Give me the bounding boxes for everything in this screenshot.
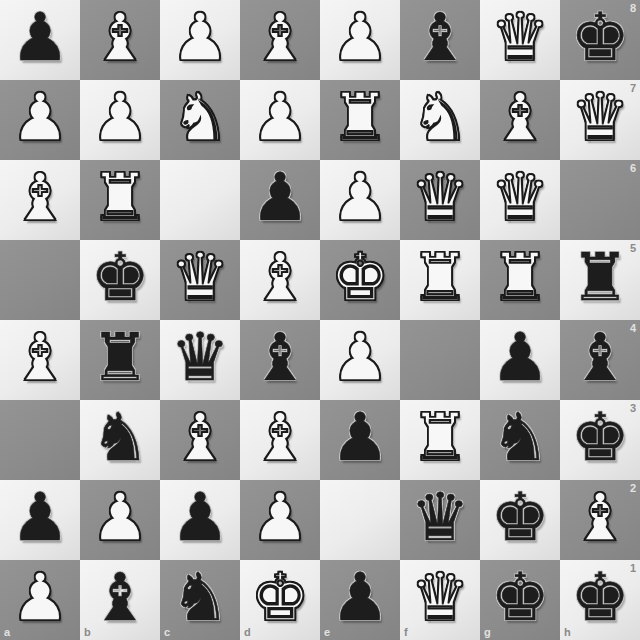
black-rook[interactable]: ♜: [90, 320, 149, 398]
file-label-c: c: [164, 627, 170, 638]
rank-label-1: 1: [630, 563, 636, 574]
chess-board: ♟♝♟♝♟♝♛♚8♟♟♞♟♜♞♝♛7♝♜♟♟♛♛6♚♛♝♚♜♜♜5♝♜♛♝♟♟♝…: [0, 0, 640, 640]
square-h7[interactable]: ♛7: [560, 80, 640, 160]
white-pawn[interactable]: ♟: [90, 480, 149, 558]
square-c2[interactable]: ♟: [160, 480, 240, 560]
square-d4[interactable]: ♝: [240, 320, 320, 400]
white-pawn[interactable]: ♟: [250, 80, 309, 158]
white-bishop[interactable]: ♝: [250, 400, 309, 478]
square-b7[interactable]: ♟: [80, 80, 160, 160]
square-c3[interactable]: ♝: [160, 400, 240, 480]
square-h3[interactable]: ♚3: [560, 400, 640, 480]
white-pawn[interactable]: ♟: [250, 480, 309, 558]
black-knight[interactable]: ♞: [90, 400, 149, 478]
white-queen[interactable]: ♛: [170, 240, 229, 318]
square-e1[interactable]: ♟e: [320, 560, 400, 640]
white-queen[interactable]: ♛: [570, 80, 629, 158]
square-e3[interactable]: ♟: [320, 400, 400, 480]
square-g5[interactable]: ♜: [480, 240, 560, 320]
square-c5[interactable]: ♛: [160, 240, 240, 320]
file-label-b: b: [84, 627, 91, 638]
square-d7[interactable]: ♟: [240, 80, 320, 160]
black-pawn[interactable]: ♟: [330, 400, 389, 478]
white-bishop[interactable]: ♝: [170, 400, 229, 478]
black-king[interactable]: ♚: [90, 240, 149, 318]
white-pawn[interactable]: ♟: [10, 80, 69, 158]
black-pawn[interactable]: ♟: [330, 560, 389, 638]
rank-label-5: 5: [630, 243, 636, 254]
square-g1[interactable]: ♚g: [480, 560, 560, 640]
white-pawn[interactable]: ♟: [10, 560, 69, 638]
black-bishop[interactable]: ♝: [570, 320, 629, 398]
square-e8[interactable]: ♟: [320, 0, 400, 80]
white-pawn[interactable]: ♟: [90, 80, 149, 158]
white-pawn[interactable]: ♟: [170, 0, 229, 78]
white-bishop[interactable]: ♝: [10, 320, 69, 398]
white-bishop[interactable]: ♝: [250, 240, 309, 318]
square-c6[interactable]: [160, 160, 240, 240]
white-queen[interactable]: ♛: [410, 560, 469, 638]
square-h8[interactable]: ♚8: [560, 0, 640, 80]
square-f6[interactable]: ♛: [400, 160, 480, 240]
black-king[interactable]: ♚: [570, 0, 629, 78]
rank-label-3: 3: [630, 403, 636, 414]
square-c7[interactable]: ♞: [160, 80, 240, 160]
square-b3[interactable]: ♞: [80, 400, 160, 480]
black-king[interactable]: ♚: [570, 400, 629, 478]
square-b2[interactable]: ♟: [80, 480, 160, 560]
black-bishop[interactable]: ♝: [250, 320, 309, 398]
square-a3[interactable]: [0, 400, 80, 480]
square-c4[interactable]: ♛: [160, 320, 240, 400]
white-bishop[interactable]: ♝: [250, 0, 309, 78]
white-bishop[interactable]: ♝: [90, 0, 149, 78]
white-rook[interactable]: ♜: [90, 160, 149, 238]
square-a2[interactable]: ♟: [0, 480, 80, 560]
square-b4[interactable]: ♜: [80, 320, 160, 400]
square-e6[interactable]: ♟: [320, 160, 400, 240]
file-label-d: d: [244, 627, 251, 638]
white-king[interactable]: ♚: [330, 240, 389, 318]
square-d2[interactable]: ♟: [240, 480, 320, 560]
square-b1[interactable]: ♝b: [80, 560, 160, 640]
white-bishop[interactable]: ♝: [490, 80, 549, 158]
file-label-f: f: [404, 627, 408, 638]
square-c8[interactable]: ♟: [160, 0, 240, 80]
white-rook[interactable]: ♜: [410, 240, 469, 318]
white-knight[interactable]: ♞: [170, 80, 229, 158]
square-g3[interactable]: ♞: [480, 400, 560, 480]
square-d6[interactable]: ♟: [240, 160, 320, 240]
file-label-h: h: [564, 627, 571, 638]
square-a6[interactable]: ♝: [0, 160, 80, 240]
file-label-a: a: [4, 627, 10, 638]
white-rook[interactable]: ♜: [410, 400, 469, 478]
black-queen[interactable]: ♛: [170, 320, 229, 398]
square-f8[interactable]: ♝: [400, 0, 480, 80]
black-king[interactable]: ♚: [490, 480, 549, 558]
white-pawn[interactable]: ♟: [330, 320, 389, 398]
rank-label-4: 4: [630, 323, 636, 334]
black-king[interactable]: ♚: [570, 560, 629, 638]
square-e4[interactable]: ♟: [320, 320, 400, 400]
white-pawn[interactable]: ♟: [330, 0, 389, 78]
square-f4[interactable]: [400, 320, 480, 400]
rank-label-6: 6: [630, 163, 636, 174]
square-h4[interactable]: ♝4: [560, 320, 640, 400]
square-d3[interactable]: ♝: [240, 400, 320, 480]
square-h6[interactable]: 6: [560, 160, 640, 240]
black-bishop[interactable]: ♝: [410, 0, 469, 78]
square-e5[interactable]: ♚: [320, 240, 400, 320]
white-pawn[interactable]: ♟: [330, 160, 389, 238]
square-d1[interactable]: ♚d: [240, 560, 320, 640]
square-a5[interactable]: [0, 240, 80, 320]
black-pawn[interactable]: ♟: [10, 0, 69, 78]
square-f5[interactable]: ♜: [400, 240, 480, 320]
square-b8[interactable]: ♝: [80, 0, 160, 80]
square-d8[interactable]: ♝: [240, 0, 320, 80]
white-rook[interactable]: ♜: [490, 240, 549, 318]
rank-label-8: 8: [630, 3, 636, 14]
square-e7[interactable]: ♜: [320, 80, 400, 160]
square-g6[interactable]: ♛: [480, 160, 560, 240]
square-g2[interactable]: ♚: [480, 480, 560, 560]
square-h2[interactable]: ♝2: [560, 480, 640, 560]
black-king[interactable]: ♚: [490, 560, 549, 638]
black-queen[interactable]: ♛: [410, 480, 469, 558]
black-pawn[interactable]: ♟: [490, 320, 549, 398]
square-a8[interactable]: ♟: [0, 0, 80, 80]
white-rook[interactable]: ♜: [330, 80, 389, 158]
black-pawn[interactable]: ♟: [250, 160, 309, 238]
square-g8[interactable]: ♛: [480, 0, 560, 80]
white-bishop[interactable]: ♝: [10, 160, 69, 238]
file-label-g: g: [484, 627, 491, 638]
square-a4[interactable]: ♝: [0, 320, 80, 400]
white-queen[interactable]: ♛: [410, 160, 469, 238]
black-pawn[interactable]: ♟: [170, 480, 229, 558]
white-knight[interactable]: ♞: [410, 80, 469, 158]
black-rook[interactable]: ♜: [570, 240, 629, 318]
black-pawn[interactable]: ♟: [10, 480, 69, 558]
white-king[interactable]: ♚: [250, 560, 309, 638]
square-a7[interactable]: ♟: [0, 80, 80, 160]
square-g4[interactable]: ♟: [480, 320, 560, 400]
square-f2[interactable]: ♛: [400, 480, 480, 560]
square-e2[interactable]: [320, 480, 400, 560]
black-bishop[interactable]: ♝: [90, 560, 149, 638]
square-c1[interactable]: ♞c: [160, 560, 240, 640]
black-knight[interactable]: ♞: [490, 400, 549, 478]
file-label-e: e: [324, 627, 330, 638]
square-f3[interactable]: ♜: [400, 400, 480, 480]
square-g7[interactable]: ♝: [480, 80, 560, 160]
rank-label-2: 2: [630, 483, 636, 494]
white-queen[interactable]: ♛: [490, 0, 549, 78]
square-f1[interactable]: ♛f: [400, 560, 480, 640]
square-b6[interactable]: ♜: [80, 160, 160, 240]
square-b5[interactable]: ♚: [80, 240, 160, 320]
white-queen[interactable]: ♛: [490, 160, 549, 238]
square-d5[interactable]: ♝: [240, 240, 320, 320]
black-knight[interactable]: ♞: [170, 560, 229, 638]
white-bishop[interactable]: ♝: [570, 480, 629, 558]
square-h5[interactable]: ♜5: [560, 240, 640, 320]
square-h1[interactable]: ♚1h: [560, 560, 640, 640]
square-a1[interactable]: ♟a: [0, 560, 80, 640]
square-f7[interactable]: ♞: [400, 80, 480, 160]
rank-label-7: 7: [630, 83, 636, 94]
